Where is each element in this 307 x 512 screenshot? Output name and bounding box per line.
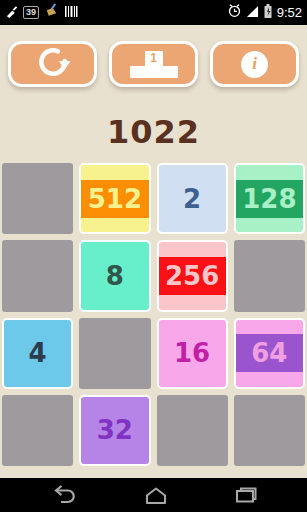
tile-band: 512	[81, 180, 148, 218]
tile-cell	[157, 395, 228, 466]
clock-time: 9:52	[277, 5, 302, 20]
tile-value: 512	[88, 184, 142, 214]
board-grid[interactable]: 512 2 128 8 256 4 16 64 32	[2, 163, 305, 466]
status-bar: 39	[0, 0, 307, 25]
tile-band: 8	[81, 257, 148, 295]
tile-band	[2, 411, 73, 449]
tile-value: 4	[29, 338, 47, 368]
podium-first-place: 1	[145, 51, 163, 78]
tile-cell: 128	[234, 163, 305, 234]
game-area: 1 i 1022 512 2 128 8 256 4 16 64 32	[0, 25, 307, 478]
tile-band: 32	[81, 411, 148, 449]
broom-icon	[44, 3, 59, 22]
tile-band: 16	[159, 334, 226, 372]
tile-band	[234, 411, 305, 449]
restart-button[interactable]	[8, 41, 97, 87]
battery-charging-icon	[263, 3, 273, 23]
tile-band: 64	[236, 334, 303, 372]
info-icon: i	[241, 51, 268, 78]
home-icon[interactable]	[143, 484, 169, 506]
android-nav-bar	[0, 478, 307, 512]
tile-cell	[2, 240, 73, 311]
tile-band: 2	[159, 180, 226, 218]
notification-badge: 39	[23, 6, 39, 19]
tile-cell: 512	[79, 163, 150, 234]
tile-band	[2, 257, 73, 295]
podium-icon: 1	[130, 51, 178, 78]
tile-band	[234, 257, 305, 295]
recents-icon[interactable]	[233, 484, 259, 506]
status-right-icons: 9:52	[227, 3, 302, 23]
tile-band	[157, 411, 228, 449]
tile-value: 16	[174, 338, 210, 368]
alarm-icon	[227, 3, 242, 22]
tile-band: 4	[4, 334, 71, 372]
leaderboard-button[interactable]: 1	[109, 41, 198, 87]
tile-cell: 4	[2, 318, 73, 389]
back-icon[interactable]	[48, 483, 78, 507]
tile-cell	[79, 318, 150, 389]
tile-value: 64	[251, 338, 287, 368]
tile-cell	[234, 395, 305, 466]
tile-value: 256	[165, 261, 219, 291]
signal-icon	[246, 4, 259, 22]
restart-icon	[35, 44, 71, 84]
info-glyph: i	[252, 54, 257, 74]
status-left-icons: 39	[5, 3, 78, 22]
info-button[interactable]: i	[210, 41, 299, 87]
tile-cell: 256	[157, 240, 228, 311]
tile-cell: 16	[157, 318, 228, 389]
tile-value: 128	[242, 184, 296, 214]
tile-cell	[2, 163, 73, 234]
toolbar: 1 i	[8, 41, 299, 87]
score-value: 1022	[0, 113, 307, 151]
tile-band: 256	[159, 257, 226, 295]
tile-cell: 2	[157, 163, 228, 234]
tile-band	[79, 334, 150, 372]
brush-icon	[5, 4, 18, 22]
tile-band: 128	[236, 180, 303, 218]
tile-cell: 64	[234, 318, 305, 389]
tile-cell	[2, 395, 73, 466]
barcode-icon	[64, 4, 78, 22]
tile-cell	[234, 240, 305, 311]
tile-cell: 8	[79, 240, 150, 311]
tile-value: 32	[97, 415, 133, 445]
tile-band	[2, 180, 73, 218]
tile-value: 2	[183, 184, 201, 214]
tile-cell: 32	[79, 395, 150, 466]
tile-value: 8	[106, 261, 124, 291]
